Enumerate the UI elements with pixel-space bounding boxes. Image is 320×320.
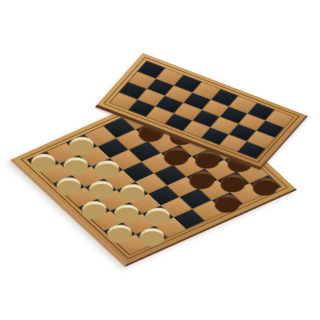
- scene: [0, 0, 320, 320]
